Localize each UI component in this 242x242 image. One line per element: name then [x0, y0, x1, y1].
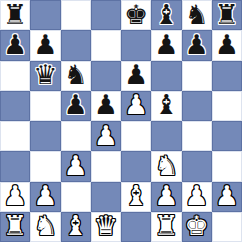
square-h5[interactable] [212, 91, 242, 121]
black-rook[interactable]: ♜ [215, 1, 239, 28]
square-b3[interactable] [30, 151, 60, 181]
square-f3[interactable]: ♞ [151, 151, 181, 181]
square-g2[interactable]: ♟ [182, 182, 212, 212]
square-a3[interactable] [0, 151, 30, 181]
square-e6[interactable]: ♟ [121, 61, 151, 91]
black-bishop[interactable]: ♝ [154, 91, 178, 118]
square-b7[interactable]: ♟ [30, 30, 60, 60]
square-f6[interactable] [151, 61, 181, 91]
square-e3[interactable] [121, 151, 151, 181]
square-d2[interactable] [91, 182, 121, 212]
square-a6[interactable] [0, 61, 30, 91]
square-f4[interactable] [151, 121, 181, 151]
square-e2[interactable]: ♝ [121, 182, 151, 212]
square-a4[interactable] [0, 121, 30, 151]
white-knight[interactable]: ♞ [33, 212, 57, 239]
square-e8[interactable]: ♚ [121, 0, 151, 30]
white-pawn[interactable]: ♟ [154, 182, 178, 209]
square-a1[interactable]: ♜ [0, 212, 30, 242]
black-pawn[interactable]: ♟ [3, 31, 27, 58]
square-c2[interactable] [61, 182, 91, 212]
square-h2[interactable]: ♟ [212, 182, 242, 212]
square-b2[interactable]: ♟ [30, 182, 60, 212]
black-knight[interactable]: ♞ [64, 61, 88, 88]
square-b8[interactable] [30, 0, 60, 30]
square-h3[interactable] [212, 151, 242, 181]
square-d6[interactable] [91, 61, 121, 91]
square-b5[interactable] [30, 91, 60, 121]
square-h6[interactable] [212, 61, 242, 91]
white-pawn[interactable]: ♟ [33, 182, 57, 209]
square-b1[interactable]: ♞ [30, 212, 60, 242]
square-d3[interactable] [91, 151, 121, 181]
black-pawn[interactable]: ♟ [94, 91, 118, 118]
square-g1[interactable]: ♚ [182, 212, 212, 242]
square-e7[interactable] [121, 30, 151, 60]
square-h8[interactable]: ♜ [212, 0, 242, 30]
black-pawn[interactable]: ♟ [154, 31, 178, 58]
black-pawn[interactable]: ♟ [124, 61, 148, 88]
white-bishop[interactable]: ♝ [64, 212, 88, 239]
square-g5[interactable] [182, 91, 212, 121]
square-f2[interactable]: ♟ [151, 182, 181, 212]
black-bishop[interactable]: ♝ [154, 1, 178, 28]
white-pawn[interactable]: ♟ [94, 122, 118, 149]
square-e5[interactable]: ♟ [121, 91, 151, 121]
square-c3[interactable]: ♟ [61, 151, 91, 181]
black-knight[interactable]: ♞ [185, 1, 209, 28]
square-e4[interactable] [121, 121, 151, 151]
black-rook[interactable]: ♜ [3, 1, 27, 28]
square-f7[interactable]: ♟ [151, 30, 181, 60]
square-d8[interactable] [91, 0, 121, 30]
white-pawn[interactable]: ♟ [185, 182, 209, 209]
square-h4[interactable] [212, 121, 242, 151]
square-d5[interactable]: ♟ [91, 91, 121, 121]
square-d7[interactable] [91, 30, 121, 60]
white-pawn[interactable]: ♟ [215, 182, 239, 209]
white-king[interactable]: ♚ [185, 212, 209, 239]
black-pawn[interactable]: ♟ [185, 31, 209, 58]
white-pawn[interactable]: ♟ [64, 152, 88, 179]
square-d4[interactable]: ♟ [91, 121, 121, 151]
square-e1[interactable] [121, 212, 151, 242]
square-f5[interactable]: ♝ [151, 91, 181, 121]
white-pawn[interactable]: ♟ [3, 182, 27, 209]
square-g4[interactable] [182, 121, 212, 151]
square-a8[interactable]: ♜ [0, 0, 30, 30]
square-a2[interactable]: ♟ [0, 182, 30, 212]
square-b4[interactable] [30, 121, 60, 151]
square-d1[interactable]: ♛ [91, 212, 121, 242]
square-c1[interactable]: ♝ [61, 212, 91, 242]
black-pawn[interactable]: ♟ [215, 31, 239, 58]
black-pawn[interactable]: ♟ [33, 31, 57, 58]
black-queen[interactable]: ♛ [33, 61, 57, 88]
square-c8[interactable] [61, 0, 91, 30]
square-h1[interactable] [212, 212, 242, 242]
square-a5[interactable] [0, 91, 30, 121]
square-c7[interactable] [61, 30, 91, 60]
white-queen[interactable]: ♛ [94, 212, 118, 239]
square-f8[interactable]: ♝ [151, 0, 181, 30]
white-pawn[interactable]: ♟ [124, 91, 148, 118]
square-g7[interactable]: ♟ [182, 30, 212, 60]
white-bishop[interactable]: ♝ [124, 182, 148, 209]
white-knight[interactable]: ♞ [154, 152, 178, 179]
square-a7[interactable]: ♟ [0, 30, 30, 60]
white-rook[interactable]: ♜ [3, 212, 27, 239]
square-h7[interactable]: ♟ [212, 30, 242, 60]
white-rook[interactable]: ♜ [154, 212, 178, 239]
chess-board: ♜♚♝♞♜♟♟♟♟♟♛♞♟♟♟♟♝♟♟♞♟♟♝♟♟♟♜♞♝♛♜♚ [0, 0, 242, 242]
square-g8[interactable]: ♞ [182, 0, 212, 30]
black-pawn[interactable]: ♟ [64, 91, 88, 118]
square-c6[interactable]: ♞ [61, 61, 91, 91]
black-king[interactable]: ♚ [124, 1, 148, 28]
square-c4[interactable] [61, 121, 91, 151]
square-g6[interactable] [182, 61, 212, 91]
square-b6[interactable]: ♛ [30, 61, 60, 91]
square-c5[interactable]: ♟ [61, 91, 91, 121]
square-g3[interactable] [182, 151, 212, 181]
square-f1[interactable]: ♜ [151, 212, 181, 242]
